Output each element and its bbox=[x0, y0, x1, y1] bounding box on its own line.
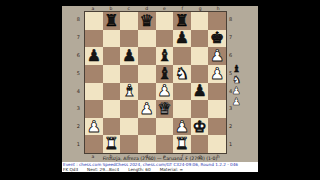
square-d7 bbox=[138, 30, 156, 48]
white-pawn-piece: ♟ bbox=[175, 119, 189, 135]
game-length: Length: 60 bbox=[128, 167, 151, 172]
square-g1 bbox=[191, 135, 209, 153]
white-pawn-piece: ♟ bbox=[140, 101, 154, 117]
square-d5 bbox=[138, 65, 156, 83]
white-rook-piece: ♜ bbox=[104, 136, 118, 152]
black-pawn-piece: ♟ bbox=[122, 48, 136, 64]
square-a8 bbox=[85, 12, 103, 30]
white-pawn-icon: ♟ bbox=[232, 96, 241, 107]
black-bishop-piece: ♝ bbox=[157, 66, 171, 82]
square-f1: ♜ bbox=[173, 135, 191, 153]
square-f5: ♞ bbox=[173, 65, 191, 83]
white-king-piece: ♚ bbox=[192, 119, 206, 135]
square-g2: ♚ bbox=[191, 118, 209, 136]
white-pawn-piece: ♟ bbox=[210, 66, 224, 82]
square-d1 bbox=[138, 135, 156, 153]
white-pawn-icon: ♟ bbox=[232, 85, 241, 96]
square-a5 bbox=[85, 65, 103, 83]
square-c2 bbox=[120, 118, 138, 136]
square-f7: ♟ bbox=[173, 30, 191, 48]
square-f8: ♜ bbox=[173, 12, 191, 30]
rank-label-6: 6 bbox=[62, 47, 83, 65]
square-b2 bbox=[103, 118, 121, 136]
white-rook-piece: ♜ bbox=[175, 136, 189, 152]
square-h4 bbox=[208, 83, 226, 101]
rank-label-7: 7 bbox=[228, 29, 236, 47]
square-h3 bbox=[208, 100, 226, 118]
square-b6 bbox=[103, 47, 121, 65]
square-a7 bbox=[85, 30, 103, 48]
rank-label-6: 6 bbox=[228, 47, 236, 65]
material-balance-tray: ♝♞♟♟ bbox=[232, 63, 248, 107]
white-knight-piece: ♞ bbox=[175, 66, 189, 82]
square-h8 bbox=[208, 12, 226, 30]
square-b5 bbox=[103, 65, 121, 83]
square-a4 bbox=[85, 83, 103, 101]
black-pawn-piece: ♟ bbox=[192, 83, 206, 99]
square-f4 bbox=[173, 83, 191, 101]
black-king-piece: ♚ bbox=[210, 30, 224, 46]
rank-label-4: 4 bbox=[62, 83, 83, 101]
game-info-box: Event : chess.com SpeedChess 2024, chess… bbox=[62, 162, 258, 172]
black-rook-piece: ♜ bbox=[104, 13, 118, 29]
square-e6: ♝ bbox=[156, 47, 174, 65]
rank-label-1: 1 bbox=[62, 136, 83, 154]
square-g7 bbox=[191, 30, 209, 48]
white-bishop-piece: ♝ bbox=[122, 83, 136, 99]
white-pawn-piece: ♟ bbox=[210, 48, 224, 64]
diagram-panel: abcdefgh 87654321 ♜♛♜♟♚♟♟♝♟♝♞♟♝♟♟♟♛♟♟♚♜♜… bbox=[62, 6, 258, 172]
white-queen-piece: ♛ bbox=[157, 101, 171, 117]
square-b4 bbox=[103, 83, 121, 101]
eco-code: FK Qd3 bbox=[63, 167, 78, 172]
square-g4: ♟ bbox=[191, 83, 209, 101]
square-h7: ♚ bbox=[208, 30, 226, 48]
black-rook-piece: ♜ bbox=[175, 13, 189, 29]
square-h2 bbox=[208, 118, 226, 136]
rank-label-3: 3 bbox=[62, 100, 83, 118]
square-g8 bbox=[191, 12, 209, 30]
square-h1 bbox=[208, 135, 226, 153]
rank-label-2: 2 bbox=[62, 118, 83, 136]
rank-label-8: 8 bbox=[62, 11, 83, 29]
square-g3 bbox=[191, 100, 209, 118]
square-e4: ♟ bbox=[156, 83, 174, 101]
black-bishop-icon: ♝ bbox=[232, 63, 241, 74]
square-f3 bbox=[173, 100, 191, 118]
rank-label-8: 8 bbox=[228, 11, 236, 29]
square-a6: ♟ bbox=[85, 47, 103, 65]
black-pawn-piece: ♟ bbox=[175, 30, 189, 46]
square-a1 bbox=[85, 135, 103, 153]
square-c7 bbox=[120, 30, 138, 48]
square-e5: ♝ bbox=[156, 65, 174, 83]
video-frame: abcdefgh 87654321 ♜♛♜♟♚♟♟♝♟♝♞♟♝♟♟♟♛♟♟♚♜♜… bbox=[0, 0, 320, 180]
square-c4: ♝ bbox=[120, 83, 138, 101]
square-f6 bbox=[173, 47, 191, 65]
square-d3: ♟ bbox=[138, 100, 156, 118]
info-line: FK Qd3 Next: 29...Bxc4 Length: 60 Materi… bbox=[63, 167, 257, 172]
square-b3 bbox=[103, 100, 121, 118]
square-h5: ♟ bbox=[208, 65, 226, 83]
square-c3 bbox=[120, 100, 138, 118]
square-e8 bbox=[156, 12, 174, 30]
square-c8 bbox=[120, 12, 138, 30]
square-e3: ♛ bbox=[156, 100, 174, 118]
square-b8: ♜ bbox=[103, 12, 121, 30]
square-d8: ♛ bbox=[138, 12, 156, 30]
square-a2: ♟ bbox=[85, 118, 103, 136]
square-e1 bbox=[156, 135, 174, 153]
rank-label-1: 1 bbox=[228, 136, 236, 154]
square-c6: ♟ bbox=[120, 47, 138, 65]
square-f2: ♟ bbox=[173, 118, 191, 136]
square-e7 bbox=[156, 30, 174, 48]
chess-board: ♜♛♜♟♚♟♟♝♟♝♞♟♝♟♟♟♛♟♟♚♜♜ bbox=[84, 11, 227, 154]
square-d2 bbox=[138, 118, 156, 136]
square-c5 bbox=[120, 65, 138, 83]
square-e2 bbox=[156, 118, 174, 136]
material-note: Material: = bbox=[160, 167, 183, 172]
black-queen-piece: ♛ bbox=[140, 13, 154, 29]
black-pawn-piece: ♟ bbox=[87, 48, 101, 64]
square-d6 bbox=[138, 47, 156, 65]
rank-label-5: 5 bbox=[62, 65, 83, 83]
square-h6: ♟ bbox=[208, 47, 226, 65]
square-c1 bbox=[120, 135, 138, 153]
square-d4 bbox=[138, 83, 156, 101]
square-b1: ♜ bbox=[103, 135, 121, 153]
rank-labels-left: 87654321 bbox=[62, 11, 83, 154]
square-g6 bbox=[191, 47, 209, 65]
square-b7 bbox=[103, 30, 121, 48]
square-g5 bbox=[191, 65, 209, 83]
white-pawn-piece: ♟ bbox=[157, 83, 171, 99]
square-a3 bbox=[85, 100, 103, 118]
next-move: Next: 29...Bxc4 bbox=[87, 167, 119, 172]
black-bishop-piece: ♝ bbox=[157, 48, 171, 64]
white-knight-icon: ♞ bbox=[232, 74, 241, 85]
rank-label-7: 7 bbox=[62, 29, 83, 47]
rank-label-2: 2 bbox=[228, 118, 236, 136]
white-pawn-piece: ♟ bbox=[87, 119, 101, 135]
